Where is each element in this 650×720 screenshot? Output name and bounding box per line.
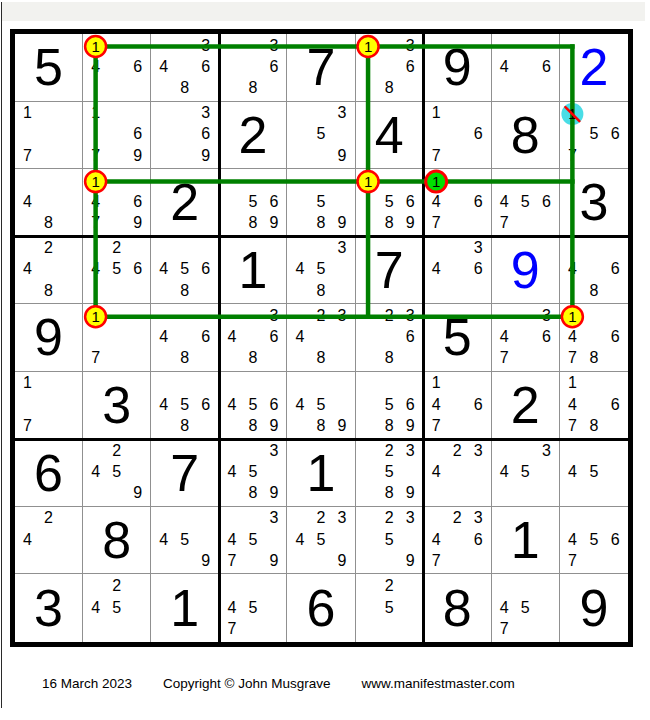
candidate-digit: 5 xyxy=(174,529,195,550)
candidate-grid: 1467 xyxy=(424,372,491,439)
candidate-digit: 7 xyxy=(426,145,447,166)
candidate-digit: 6 xyxy=(263,394,284,415)
candidate-digit: 9 xyxy=(400,483,421,504)
candidate-digit: 6 xyxy=(536,191,557,212)
candidate-digit: 2 xyxy=(310,508,331,529)
cell-r4c1[interactable]: 248 xyxy=(15,237,83,305)
cell-r4c9[interactable]: 468 xyxy=(560,237,628,305)
cell-r2c3[interactable]: 369 xyxy=(151,102,219,170)
cell-r2c4[interactable]: 2 xyxy=(219,102,287,170)
candidate-digit: 3 xyxy=(400,440,421,461)
candidate-digit: 8 xyxy=(242,212,263,233)
cell-r8c3[interactable]: 459 xyxy=(151,507,219,575)
candidate-grid: 234 xyxy=(424,439,491,506)
candidate-digit: 6 xyxy=(605,326,626,347)
candidate-digit: 8 xyxy=(310,212,331,233)
cell-r7c4[interactable]: 34589 xyxy=(219,439,287,507)
cell-r9c8[interactable]: 457 xyxy=(492,574,560,642)
cell-r9c3[interactable]: 1 xyxy=(151,574,219,642)
cell-r2c9[interactable]: 567 xyxy=(560,102,628,170)
candidate-digit: 7 xyxy=(85,145,106,166)
cell-r8c9[interactable]: 4567 xyxy=(560,507,628,575)
candidate-digit: 6 xyxy=(468,259,489,280)
candidate-grid: 4679 xyxy=(83,169,150,236)
candidate-digit: 6 xyxy=(195,394,216,415)
cell-r7c6[interactable]: 23589 xyxy=(356,439,424,507)
candidate-digit: 3 xyxy=(263,440,284,461)
candidate-digit: 4 xyxy=(426,259,447,280)
candidate-digit: 4 xyxy=(221,462,242,483)
candidate-digit: 6 xyxy=(195,124,216,145)
candidate-digit: 6 xyxy=(400,56,421,77)
candidate-digit: 6 xyxy=(127,191,148,212)
cell-r4c6[interactable]: 7 xyxy=(356,237,424,305)
candidate-digit: 2 xyxy=(379,305,400,326)
cell-r4c8[interactable]: 9 xyxy=(492,237,560,305)
solved-digit: 6 xyxy=(15,439,82,506)
cell-r7c9[interactable]: 45 xyxy=(560,439,628,507)
candidate-digit: 2 xyxy=(38,238,59,259)
candidate-digit: 5 xyxy=(310,259,331,280)
candidate-digit: 5 xyxy=(379,462,400,483)
candidate-digit: 5 xyxy=(106,462,127,483)
cell-r7c7[interactable]: 234 xyxy=(424,439,492,507)
candidate-digit: 4 xyxy=(494,597,515,619)
candidate-digit: 5 xyxy=(174,394,195,415)
box-border-horizontal-2 xyxy=(15,438,628,441)
candidate-digit: 8 xyxy=(379,77,400,98)
candidate-digit: 3 xyxy=(195,103,216,124)
cell-r4c5[interactable]: 3458 xyxy=(287,237,355,305)
cell-r6c1[interactable]: 17 xyxy=(15,372,83,440)
cell-r1c7[interactable]: 9 xyxy=(424,34,492,102)
cell-r8c8[interactable]: 1 xyxy=(492,507,560,575)
box-border-horizontal-1 xyxy=(15,235,628,238)
candidate-digit: 4 xyxy=(85,597,106,619)
cell-r5c2[interactable]: 7 xyxy=(83,304,151,372)
cell-r1c8[interactable]: 46 xyxy=(492,34,560,102)
candidate-digit: 4 xyxy=(426,462,447,483)
candidate-grid: 248 xyxy=(15,237,82,304)
cell-r2c2[interactable]: 1679 xyxy=(83,102,151,170)
solved-digit: 8 xyxy=(492,102,559,169)
candidate-grid: 1679 xyxy=(83,102,150,169)
website-link[interactable]: www.manifestmaster.com xyxy=(362,676,515,691)
cell-r6c8[interactable]: 2 xyxy=(492,372,560,440)
candidate-digit: 1 xyxy=(562,373,583,394)
candidate-digit: 6 xyxy=(605,259,626,280)
candidate-digit: 6 xyxy=(127,124,148,145)
candidate-digit: 4 xyxy=(289,326,310,347)
cell-r1c4[interactable]: 368 xyxy=(219,34,287,102)
candidate-digit: 5 xyxy=(379,529,400,550)
candidate-grid: 468 xyxy=(151,304,218,371)
cell-r7c2[interactable]: 2459 xyxy=(83,439,151,507)
candidate-digit: 8 xyxy=(242,348,263,369)
candidate-digit: 5 xyxy=(310,124,331,145)
solved-digit: 5 xyxy=(15,34,82,101)
cell-r5c4[interactable]: 3468 xyxy=(219,304,287,372)
candidate-digit: 9 xyxy=(332,212,353,233)
cell-r9c5[interactable]: 6 xyxy=(287,574,355,642)
candidate-grid: 4568 xyxy=(151,237,218,304)
cell-r2c8[interactable]: 8 xyxy=(492,102,560,170)
candidate-digit: 2 xyxy=(447,508,468,529)
candidate-grid: 3458 xyxy=(287,237,354,304)
candidate-digit: 1 xyxy=(426,373,447,394)
candidate-digit: 4 xyxy=(426,529,447,550)
candidate-digit: 1 xyxy=(17,373,38,394)
candidate-digit: 3 xyxy=(400,35,421,56)
sudoku-board: 5463468368736894621716793692359416785674… xyxy=(10,29,633,647)
candidate-grid: 24 xyxy=(15,507,82,574)
candidate-grid: 46 xyxy=(83,34,150,101)
candidate-digit: 9 xyxy=(127,145,148,166)
candidate-grid: 14678 xyxy=(560,372,628,439)
candidate-digit: 4 xyxy=(562,394,583,415)
cell-r2c5[interactable]: 359 xyxy=(287,102,355,170)
candidate-grid: 368 xyxy=(219,34,286,101)
date-text: 16 March 2023 xyxy=(42,676,132,691)
cell-r9c9[interactable]: 9 xyxy=(560,574,628,642)
cell-r2c6[interactable]: 4 xyxy=(356,102,424,170)
cell-r1c1[interactable]: 5 xyxy=(15,34,83,102)
cell-r6c5[interactable]: 4589 xyxy=(287,372,355,440)
cell-r8c6[interactable]: 2359 xyxy=(356,507,424,575)
candidate-digit: 6 xyxy=(468,191,489,212)
candidate-grid: 567 xyxy=(560,102,628,169)
candidate-digit: 5 xyxy=(242,191,263,212)
solved-digit: 3 xyxy=(560,169,628,236)
candidate-grid: 167 xyxy=(424,102,491,169)
cell-r9c6[interactable]: 25 xyxy=(356,574,424,642)
candidate-digit: 7 xyxy=(426,415,447,436)
candidate-digit: 5 xyxy=(242,462,263,483)
candidate-digit: 4 xyxy=(85,259,106,280)
candidate-digit: 4 xyxy=(562,462,583,483)
candidate-digit: 9 xyxy=(263,415,284,436)
candidate-digit: 7 xyxy=(562,415,583,436)
candidate-digit: 5 xyxy=(515,597,536,619)
solved-digit: 8 xyxy=(83,507,150,574)
cell-r3c3[interactable]: 2 xyxy=(151,169,219,237)
candidate-digit: 5 xyxy=(106,597,127,619)
candidate-digit: 9 xyxy=(195,550,216,571)
candidate-digit: 8 xyxy=(310,415,331,436)
candidate-grid: 4567 xyxy=(492,169,559,236)
candidate-grid: 457 xyxy=(219,574,286,642)
candidate-digit: 9 xyxy=(195,145,216,166)
candidate-digit: 9 xyxy=(400,415,421,436)
candidate-digit: 4 xyxy=(153,326,174,347)
candidate-digit: 6 xyxy=(605,394,626,415)
candidate-digit: 4 xyxy=(221,597,242,619)
solved-digit: 2 xyxy=(151,169,218,236)
candidate-digit: 6 xyxy=(468,124,489,145)
candidate-digit: 9 xyxy=(400,212,421,233)
candidate-grid: 23459 xyxy=(287,507,354,574)
cell-r6c4[interactable]: 45689 xyxy=(219,372,287,440)
solved-digit: 7 xyxy=(287,34,354,101)
candidate-digit: 2 xyxy=(447,440,468,461)
candidate-grid: 2348 xyxy=(287,304,354,371)
cell-r9c7[interactable]: 8 xyxy=(424,574,492,642)
candidate-digit: 9 xyxy=(263,550,284,571)
cell-r6c3[interactable]: 4568 xyxy=(151,372,219,440)
cell-r5c8[interactable]: 3467 xyxy=(492,304,560,372)
candidate-digit: 5 xyxy=(515,191,536,212)
candidate-digit: 4 xyxy=(85,191,106,212)
solved-digit: 9 xyxy=(15,304,82,371)
candidate-digit: 6 xyxy=(263,191,284,212)
candidate-digit: 9 xyxy=(127,212,148,233)
candidate-grid: 2459 xyxy=(83,439,150,506)
footer: 16 March 2023 Copyright © John Musgrave … xyxy=(0,676,650,691)
cell-r5c5[interactable]: 2348 xyxy=(287,304,355,372)
candidate-digit: 6 xyxy=(605,124,626,145)
candidate-digit: 1 xyxy=(85,103,106,124)
candidate-digit: 3 xyxy=(332,508,353,529)
cell-r5c3[interactable]: 468 xyxy=(151,304,219,372)
candidate-digit: 8 xyxy=(242,415,263,436)
candidate-digit: 4 xyxy=(17,191,38,212)
candidate-digit: 4 xyxy=(494,56,515,77)
candidate-digit: 5 xyxy=(583,124,604,145)
cell-r8c5[interactable]: 23459 xyxy=(287,507,355,575)
candidate-digit: 4 xyxy=(153,259,174,280)
candidate-digit: 4 xyxy=(289,394,310,415)
candidate-digit: 8 xyxy=(242,77,263,98)
candidate-grid: 2368 xyxy=(356,304,423,371)
candidate-grid: 3468 xyxy=(219,304,286,371)
candidate-digit: 9 xyxy=(400,550,421,571)
cell-r3c4[interactable]: 5689 xyxy=(219,169,287,237)
candidate-digit: 4 xyxy=(221,326,242,347)
cell-r4c3[interactable]: 4568 xyxy=(151,237,219,305)
cell-r9c4[interactable]: 457 xyxy=(219,574,287,642)
candidate-digit: 7 xyxy=(17,145,38,166)
cell-r7c8[interactable]: 345 xyxy=(492,439,560,507)
solved-digit: 1 xyxy=(492,507,559,574)
candidate-digit: 5 xyxy=(242,597,263,619)
copyright-text: Copyright © John Musgrave xyxy=(163,676,331,691)
candidate-grid: 3468 xyxy=(151,34,218,101)
cell-r7c1[interactable]: 6 xyxy=(15,439,83,507)
candidate-digit: 8 xyxy=(379,415,400,436)
cell-r1c3[interactable]: 3468 xyxy=(151,34,219,102)
candidate-digit: 4 xyxy=(17,259,38,280)
candidate-grid: 4567 xyxy=(560,507,628,574)
candidate-digit: 9 xyxy=(332,145,353,166)
candidate-digit: 7 xyxy=(562,348,583,369)
cell-r6c7[interactable]: 1467 xyxy=(424,372,492,440)
candidate-digit: 6 xyxy=(400,191,421,212)
cell-r5c9[interactable]: 4678 xyxy=(560,304,628,372)
cell-r1c5[interactable]: 7 xyxy=(287,34,355,102)
cell-r2c7[interactable]: 167 xyxy=(424,102,492,170)
candidate-grid: 5689 xyxy=(219,169,286,236)
candidate-digit: 4 xyxy=(562,326,583,347)
candidate-grid: 4678 xyxy=(560,304,628,371)
candidate-digit: 8 xyxy=(583,280,604,301)
candidate-grid: 457 xyxy=(492,574,559,642)
candidate-digit: 5 xyxy=(242,529,263,550)
cell-r3c7[interactable]: 467 xyxy=(424,169,492,237)
candidate-grid: 345 xyxy=(492,439,559,506)
cell-r3c8[interactable]: 4567 xyxy=(492,169,560,237)
candidate-digit: 3 xyxy=(263,508,284,529)
candidate-digit: 4 xyxy=(289,529,310,550)
candidate-grid: 459 xyxy=(151,507,218,574)
candidate-digit: 8 xyxy=(174,348,195,369)
candidate-grid: 2456 xyxy=(83,237,150,304)
solved-digit: 9 xyxy=(492,237,559,304)
candidate-grid: 369 xyxy=(151,102,218,169)
candidate-digit: 8 xyxy=(38,212,59,233)
candidate-digit: 6 xyxy=(127,259,148,280)
candidate-grid: 467 xyxy=(424,169,491,236)
candidate-digit: 8 xyxy=(310,348,331,369)
cell-r5c1[interactable]: 9 xyxy=(15,304,83,372)
solved-digit: 1 xyxy=(151,574,218,642)
candidate-grid: 17 xyxy=(15,102,82,169)
solved-digit: 2 xyxy=(492,372,559,439)
cell-r4c4[interactable]: 1 xyxy=(219,237,287,305)
solved-digit: 1 xyxy=(287,439,354,506)
candidate-grid: 45 xyxy=(560,439,628,506)
candidate-digit: 8 xyxy=(38,280,59,301)
candidate-digit: 2 xyxy=(106,575,127,597)
solved-digit: 9 xyxy=(560,574,628,642)
candidate-digit: 3 xyxy=(536,305,557,326)
candidate-digit: 6 xyxy=(468,394,489,415)
cell-r3c9[interactable]: 3 xyxy=(560,169,628,237)
candidate-digit: 4 xyxy=(426,394,447,415)
candidate-grid: 4589 xyxy=(287,372,354,439)
candidate-digit: 5 xyxy=(379,597,400,619)
solved-digit: 1 xyxy=(219,237,286,304)
candidate-digit: 5 xyxy=(106,259,127,280)
cell-r9c2[interactable]: 245 xyxy=(83,574,151,642)
candidate-digit: 3 xyxy=(332,103,353,124)
cell-r6c9[interactable]: 14678 xyxy=(560,372,628,440)
candidate-digit: 4 xyxy=(494,326,515,347)
candidate-digit: 8 xyxy=(583,348,604,369)
cell-r1c2[interactable]: 46 xyxy=(83,34,151,102)
candidate-digit: 6 xyxy=(127,56,148,77)
candidate-grid: 5689 xyxy=(356,169,423,236)
window-edge-line xyxy=(1,2,2,708)
cell-r7c3[interactable]: 7 xyxy=(151,439,219,507)
candidate-grid: 7 xyxy=(83,304,150,371)
candidate-grid: 368 xyxy=(356,34,423,101)
candidate-digit: 5 xyxy=(242,394,263,415)
candidate-digit: 5 xyxy=(310,529,331,550)
candidate-digit: 6 xyxy=(400,326,421,347)
candidate-digit: 3 xyxy=(263,35,284,56)
candidate-digit: 7 xyxy=(85,348,106,369)
candidate-digit: 4 xyxy=(85,462,106,483)
candidate-digit: 7 xyxy=(426,212,447,233)
cell-r5c7[interactable]: 5 xyxy=(424,304,492,372)
cell-r8c1[interactable]: 24 xyxy=(15,507,83,575)
candidate-digit: 3 xyxy=(468,440,489,461)
candidate-digit: 3 xyxy=(468,238,489,259)
candidate-digit: 6 xyxy=(195,56,216,77)
candidate-digit: 4 xyxy=(153,56,174,77)
candidate-grid: 48 xyxy=(15,169,82,236)
candidate-digit: 8 xyxy=(174,77,195,98)
candidate-digit: 8 xyxy=(174,280,195,301)
cell-r3c1[interactable]: 48 xyxy=(15,169,83,237)
candidate-digit: 5 xyxy=(583,529,604,550)
candidate-grid: 17 xyxy=(15,372,82,439)
candidate-grid: 359 xyxy=(287,102,354,169)
cell-r5c6[interactable]: 2368 xyxy=(356,304,424,372)
cell-r2c1[interactable]: 17 xyxy=(15,102,83,170)
candidate-digit: 5 xyxy=(174,259,195,280)
cell-r1c9[interactable]: 2 xyxy=(560,34,628,102)
candidate-grid: 589 xyxy=(287,169,354,236)
candidate-digit: 4 xyxy=(289,259,310,280)
solved-digit: 9 xyxy=(424,34,491,101)
cell-r4c2[interactable]: 2456 xyxy=(83,237,151,305)
solved-digit: 3 xyxy=(83,372,150,439)
solved-digit: 5 xyxy=(424,304,491,371)
candidate-grid: 23467 xyxy=(424,507,491,574)
candidate-digit: 9 xyxy=(127,483,148,504)
candidate-digit: 8 xyxy=(174,415,195,436)
cell-r9c1[interactable]: 3 xyxy=(15,574,83,642)
candidate-grid: 34579 xyxy=(219,507,286,574)
candidate-digit: 4 xyxy=(562,529,583,550)
cell-r8c2[interactable]: 8 xyxy=(83,507,151,575)
candidate-digit: 7 xyxy=(221,550,242,571)
candidate-digit: 5 xyxy=(379,394,400,415)
candidate-digit: 3 xyxy=(536,440,557,461)
candidate-digit: 4 xyxy=(17,529,38,550)
cell-r8c4[interactable]: 34579 xyxy=(219,507,287,575)
cell-r6c2[interactable]: 3 xyxy=(83,372,151,440)
candidate-digit: 5 xyxy=(379,191,400,212)
candidate-digit: 3 xyxy=(400,305,421,326)
cell-r3c6[interactable]: 5689 xyxy=(356,169,424,237)
candidate-digit: 4 xyxy=(153,529,174,550)
candidate-grid: 23589 xyxy=(356,439,423,506)
candidate-digit: 9 xyxy=(263,212,284,233)
cell-r4c7[interactable]: 346 xyxy=(424,237,492,305)
candidate-digit: 2 xyxy=(379,440,400,461)
candidate-digit: 9 xyxy=(263,483,284,504)
cell-r3c2[interactable]: 4679 xyxy=(83,169,151,237)
cell-r6c6[interactable]: 5689 xyxy=(356,372,424,440)
cell-r7c5[interactable]: 1 xyxy=(287,439,355,507)
candidate-digit: 7 xyxy=(426,550,447,571)
cell-r3c5[interactable]: 589 xyxy=(287,169,355,237)
cell-r1c6[interactable]: 368 xyxy=(356,34,424,102)
solved-digit: 2 xyxy=(219,102,286,169)
candidate-grid: 2359 xyxy=(356,507,423,574)
candidate-digit: 5 xyxy=(310,191,331,212)
cell-r8c7[interactable]: 23467 xyxy=(424,507,492,575)
candidate-digit: 7 xyxy=(221,618,242,640)
candidate-digit: 3 xyxy=(332,238,353,259)
candidate-digit: 3 xyxy=(400,508,421,529)
candidate-digit: 8 xyxy=(379,348,400,369)
candidate-digit: 6 xyxy=(263,326,284,347)
candidate-grid: 5689 xyxy=(356,372,423,439)
candidate-digit: 4 xyxy=(221,394,242,415)
